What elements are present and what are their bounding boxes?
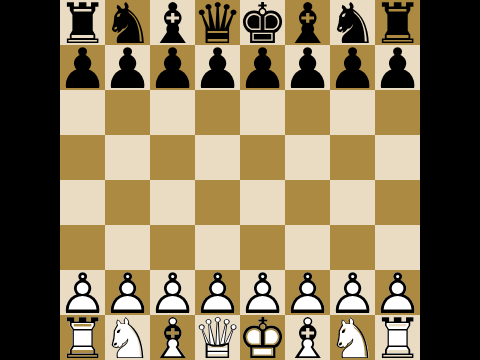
square-a2[interactable]: ♟♙ xyxy=(60,270,105,315)
square-f5[interactable] xyxy=(285,135,330,180)
square-d4[interactable] xyxy=(195,180,240,225)
piece-white-pawn[interactable]: ♟♙ xyxy=(195,270,240,315)
square-b3[interactable] xyxy=(105,225,150,270)
piece-black-knight[interactable]: ♞ xyxy=(105,0,150,45)
chess-app-stage: ♜♞♝♛♚♝♞♜♟♟♟♟♟♟♟♟♟♙♟♙♟♙♟♙♟♙♟♙♟♙♟♙♜♖♞♘♝♗♛♕… xyxy=(0,0,480,360)
square-b5[interactable] xyxy=(105,135,150,180)
square-h3[interactable] xyxy=(375,225,420,270)
square-b4[interactable] xyxy=(105,180,150,225)
square-h4[interactable] xyxy=(375,180,420,225)
square-e1[interactable]: ♚♔ xyxy=(240,315,285,360)
piece-white-rook[interactable]: ♜♖ xyxy=(60,315,105,360)
square-c3[interactable] xyxy=(150,225,195,270)
piece-white-king[interactable]: ♚♔ xyxy=(240,315,285,360)
square-d7[interactable]: ♟ xyxy=(195,45,240,90)
square-a6[interactable] xyxy=(60,90,105,135)
piece-white-knight[interactable]: ♞♘ xyxy=(330,315,375,360)
piece-white-pawn[interactable]: ♟♙ xyxy=(375,270,420,315)
piece-white-pawn[interactable]: ♟♙ xyxy=(285,270,330,315)
piece-white-pawn[interactable]: ♟♙ xyxy=(330,270,375,315)
square-h7[interactable]: ♟ xyxy=(375,45,420,90)
letterbox-right xyxy=(420,0,480,360)
square-c1[interactable]: ♝♗ xyxy=(150,315,195,360)
square-d6[interactable] xyxy=(195,90,240,135)
square-e5[interactable] xyxy=(240,135,285,180)
square-d1[interactable]: ♛♕ xyxy=(195,315,240,360)
square-h6[interactable] xyxy=(375,90,420,135)
letterbox-left xyxy=(0,0,60,360)
square-a1[interactable]: ♜♖ xyxy=(60,315,105,360)
square-g6[interactable] xyxy=(330,90,375,135)
square-g8[interactable]: ♞ xyxy=(330,0,375,45)
square-f2[interactable]: ♟♙ xyxy=(285,270,330,315)
square-g4[interactable] xyxy=(330,180,375,225)
square-f1[interactable]: ♝♗ xyxy=(285,315,330,360)
square-h8[interactable]: ♜ xyxy=(375,0,420,45)
piece-white-pawn[interactable]: ♟♙ xyxy=(60,270,105,315)
piece-black-rook[interactable]: ♜ xyxy=(375,0,420,45)
square-d3[interactable] xyxy=(195,225,240,270)
square-g5[interactable] xyxy=(330,135,375,180)
square-a5[interactable] xyxy=(60,135,105,180)
piece-black-pawn[interactable]: ♟ xyxy=(375,45,420,90)
piece-white-knight[interactable]: ♞♘ xyxy=(105,315,150,360)
piece-black-bishop[interactable]: ♝ xyxy=(150,0,195,45)
piece-black-rook[interactable]: ♜ xyxy=(60,0,105,45)
square-c8[interactable]: ♝ xyxy=(150,0,195,45)
square-c2[interactable]: ♟♙ xyxy=(150,270,195,315)
piece-white-bishop[interactable]: ♝♗ xyxy=(285,315,330,360)
square-a3[interactable] xyxy=(60,225,105,270)
square-d2[interactable]: ♟♙ xyxy=(195,270,240,315)
square-f4[interactable] xyxy=(285,180,330,225)
piece-black-pawn[interactable]: ♟ xyxy=(60,45,105,90)
square-a8[interactable]: ♜ xyxy=(60,0,105,45)
piece-black-knight[interactable]: ♞ xyxy=(330,0,375,45)
piece-black-pawn[interactable]: ♟ xyxy=(330,45,375,90)
piece-black-pawn[interactable]: ♟ xyxy=(195,45,240,90)
square-h1[interactable]: ♜♖ xyxy=(375,315,420,360)
square-b1[interactable]: ♞♘ xyxy=(105,315,150,360)
square-e8[interactable]: ♚ xyxy=(240,0,285,45)
piece-black-pawn[interactable]: ♟ xyxy=(150,45,195,90)
square-c5[interactable] xyxy=(150,135,195,180)
square-c7[interactable]: ♟ xyxy=(150,45,195,90)
square-g7[interactable]: ♟ xyxy=(330,45,375,90)
square-h2[interactable]: ♟♙ xyxy=(375,270,420,315)
square-b2[interactable]: ♟♙ xyxy=(105,270,150,315)
square-g2[interactable]: ♟♙ xyxy=(330,270,375,315)
piece-black-queen[interactable]: ♛ xyxy=(195,0,240,45)
square-e7[interactable]: ♟ xyxy=(240,45,285,90)
square-c4[interactable] xyxy=(150,180,195,225)
piece-black-pawn[interactable]: ♟ xyxy=(240,45,285,90)
square-d8[interactable]: ♛ xyxy=(195,0,240,45)
chessboard: ♜♞♝♛♚♝♞♜♟♟♟♟♟♟♟♟♟♙♟♙♟♙♟♙♟♙♟♙♟♙♟♙♜♖♞♘♝♗♛♕… xyxy=(60,0,420,360)
piece-black-king[interactable]: ♚ xyxy=(240,0,285,45)
piece-black-bishop[interactable]: ♝ xyxy=(285,0,330,45)
square-c6[interactable] xyxy=(150,90,195,135)
square-e3[interactable] xyxy=(240,225,285,270)
square-e6[interactable] xyxy=(240,90,285,135)
piece-black-pawn[interactable]: ♟ xyxy=(105,45,150,90)
piece-white-bishop[interactable]: ♝♗ xyxy=(150,315,195,360)
piece-white-pawn[interactable]: ♟♙ xyxy=(105,270,150,315)
square-g1[interactable]: ♞♘ xyxy=(330,315,375,360)
square-b6[interactable] xyxy=(105,90,150,135)
square-a7[interactable]: ♟ xyxy=(60,45,105,90)
piece-black-pawn[interactable]: ♟ xyxy=(285,45,330,90)
square-e2[interactable]: ♟♙ xyxy=(240,270,285,315)
square-f8[interactable]: ♝ xyxy=(285,0,330,45)
square-f6[interactable] xyxy=(285,90,330,135)
piece-white-rook[interactable]: ♜♖ xyxy=(375,315,420,360)
square-d5[interactable] xyxy=(195,135,240,180)
square-g3[interactable] xyxy=(330,225,375,270)
square-f7[interactable]: ♟ xyxy=(285,45,330,90)
square-f3[interactable] xyxy=(285,225,330,270)
square-e4[interactable] xyxy=(240,180,285,225)
piece-white-queen[interactable]: ♛♕ xyxy=(195,315,240,360)
square-b8[interactable]: ♞ xyxy=(105,0,150,45)
piece-white-pawn[interactable]: ♟♙ xyxy=(150,270,195,315)
square-h5[interactable] xyxy=(375,135,420,180)
square-b7[interactable]: ♟ xyxy=(105,45,150,90)
piece-white-pawn[interactable]: ♟♙ xyxy=(240,270,285,315)
square-a4[interactable] xyxy=(60,180,105,225)
